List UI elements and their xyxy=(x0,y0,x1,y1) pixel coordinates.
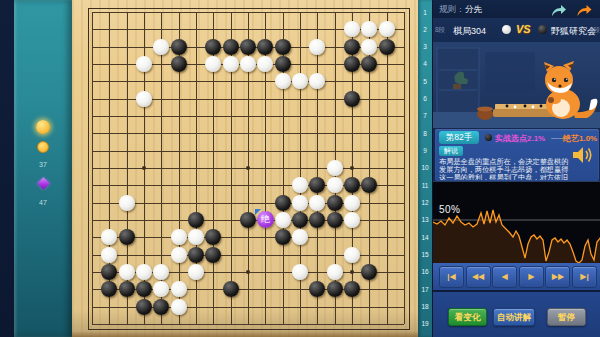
commentary-box: 第82手 实战选点2.1% —— 绝艺1.0% 解说 布局是全盘的重点所在，会决… xyxy=(435,129,599,181)
black-stone xyxy=(240,39,256,55)
grid-line xyxy=(92,324,404,325)
fast-forward-button[interactable]: ▶▶ xyxy=(545,266,570,288)
white-stone xyxy=(101,247,117,263)
black-stone xyxy=(275,39,291,55)
black-stone xyxy=(327,212,343,228)
white-stone xyxy=(361,39,377,55)
black-stone xyxy=(136,299,152,315)
white-stone xyxy=(171,281,187,297)
grid-line xyxy=(92,237,404,238)
auto-commentary-button[interactable]: 自动讲解 xyxy=(493,308,535,326)
white-stone xyxy=(223,56,239,72)
black-stone xyxy=(171,56,187,72)
white-stone xyxy=(292,264,308,280)
white-stone xyxy=(171,247,187,263)
grid-line xyxy=(317,12,318,324)
black-stone xyxy=(275,229,291,245)
black-stone xyxy=(205,247,221,263)
left-player-name: 棋局304 xyxy=(453,25,486,38)
speaker-icon[interactable] xyxy=(572,145,594,169)
star-point xyxy=(350,166,354,170)
white-stone xyxy=(309,39,325,55)
pause-button[interactable]: 暂停 xyxy=(547,308,586,326)
row-coordinate-label: 2 xyxy=(418,26,432,33)
row-coordinate-label: 8 xyxy=(418,130,432,137)
white-stone xyxy=(344,195,360,211)
black-stone xyxy=(327,281,343,297)
move-number-badge: 第82手 xyxy=(439,131,479,144)
gem-icon[interactable] xyxy=(14,179,72,188)
black-stone xyxy=(153,299,169,315)
black-stone xyxy=(257,39,273,55)
row-coordinate-label: 15 xyxy=(418,251,432,258)
white-stone xyxy=(153,39,169,55)
actual-move-winrate: 实战选点2.1% xyxy=(495,133,545,144)
black-stone xyxy=(275,56,291,72)
white-stone xyxy=(171,299,187,315)
black-move-stone-icon xyxy=(485,134,492,141)
row-coordinate-label: 14 xyxy=(418,234,432,241)
commentary-text: 布局是全盘的重点所在，会决定整盘棋的发展方向，两位棋手斗志昂扬，都想赢得这一局的… xyxy=(439,158,569,180)
row-coordinate-label: 1 xyxy=(418,9,432,16)
bottom-action-bar: 看变化自动讲解暂停 xyxy=(433,292,600,337)
row-coordinate-label: 5 xyxy=(418,78,432,85)
black-stone xyxy=(171,39,187,55)
go-board[interactable]: 绝 xyxy=(72,0,421,337)
black-stone xyxy=(119,281,135,297)
black-stone xyxy=(344,91,360,107)
white-stone xyxy=(292,195,308,211)
coin-icon[interactable] xyxy=(14,141,72,153)
rule-label: 规则： xyxy=(439,4,465,16)
row-coordinate-label: 6 xyxy=(418,95,432,102)
black-stone xyxy=(327,195,343,211)
white-stone xyxy=(240,56,256,72)
white-stone xyxy=(188,264,204,280)
row-coordinate-label: 16 xyxy=(418,268,432,275)
white-stone xyxy=(309,195,325,211)
row-coordinate-label: 18 xyxy=(418,303,432,310)
white-stone xyxy=(275,212,291,228)
fox-mascot-illustration xyxy=(433,42,600,128)
white-stone xyxy=(327,160,343,176)
white-stone xyxy=(344,212,360,228)
board-edge xyxy=(72,331,421,337)
row-coordinate-label: 13 xyxy=(418,216,432,223)
row-coordinate-label: 17 xyxy=(418,286,432,293)
winrate-chart[interactable]: 50% xyxy=(433,181,600,264)
white-stone xyxy=(136,91,152,107)
white-stone xyxy=(136,264,152,280)
left-navy-strip xyxy=(0,0,14,337)
row-coordinate-label: 4 xyxy=(418,60,432,67)
black-stone-icon xyxy=(538,25,547,34)
black-stone xyxy=(292,212,308,228)
white-stone xyxy=(136,56,152,72)
grid-line xyxy=(404,12,405,324)
white-stone xyxy=(171,229,187,245)
forward-button[interactable]: ▶ xyxy=(519,266,544,288)
first-move-button[interactable]: |◀ xyxy=(439,266,464,288)
left-sidebar: 37 47 xyxy=(14,0,72,337)
white-stone xyxy=(327,177,343,193)
left-player-rank: 8段 xyxy=(435,26,445,35)
row-coordinate-label: 9 xyxy=(418,147,432,154)
last-move-button[interactable]: ▶| xyxy=(572,266,597,288)
fast-back-button[interactable]: ◀◀ xyxy=(466,266,491,288)
black-stone xyxy=(275,195,291,211)
black-stone xyxy=(223,281,239,297)
white-stone xyxy=(119,264,135,280)
ai-move-winrate: 绝艺1.0% xyxy=(563,133,597,144)
analysis-panel: 规则： 分先 8段 棋局304 VS 野狐研究会 8段 xyxy=(432,0,600,337)
row-coordinate-label: 3 xyxy=(418,43,432,50)
sidebar-count-top: 37 xyxy=(14,161,72,168)
black-stone xyxy=(205,39,221,55)
black-stone xyxy=(223,39,239,55)
row-coordinate-label: 12 xyxy=(418,199,432,206)
sidebar-count-bottom: 47 xyxy=(14,199,72,206)
view-variation-button[interactable]: 看变化 xyxy=(448,308,487,326)
row-coordinate-strip: 12345678910111213141516171819 xyxy=(418,0,432,337)
star-point xyxy=(246,270,250,274)
fox-go-review-window: 37 47 绝 12345678910111213141516171819 规则… xyxy=(0,0,600,337)
black-stone xyxy=(379,39,395,55)
grid-line xyxy=(387,12,388,324)
sun-icon[interactable] xyxy=(14,120,72,134)
back-button[interactable]: ◀ xyxy=(492,266,517,288)
black-stone xyxy=(344,56,360,72)
black-stone xyxy=(240,212,256,228)
white-stone xyxy=(379,21,395,37)
fifty-percent-label: 50% xyxy=(439,204,461,215)
match-header: 8段 棋局304 VS 野狐研究会 8段 xyxy=(433,18,600,43)
black-stone xyxy=(188,212,204,228)
black-stone xyxy=(119,229,135,245)
commentary-button[interactable]: 解说 xyxy=(439,146,463,156)
star-point xyxy=(142,166,146,170)
playback-controls: |◀◀◀◀▶▶▶▶| xyxy=(433,263,600,292)
vs-logo: VS xyxy=(516,23,531,35)
black-stone xyxy=(188,247,204,263)
black-stone xyxy=(344,39,360,55)
row-coordinate-label: 7 xyxy=(418,112,432,119)
right-player-rank: 8段 xyxy=(590,26,600,35)
white-stone xyxy=(344,247,360,263)
white-stone-icon xyxy=(502,25,511,34)
star-point xyxy=(350,270,354,274)
panel-top-bar: 规则： 分先 xyxy=(433,0,600,19)
white-stone xyxy=(327,264,343,280)
white-stone xyxy=(275,73,291,89)
row-coordinate-label: 19 xyxy=(418,320,432,327)
rule-value: 分先 xyxy=(465,4,482,16)
suggestion-flag-icon xyxy=(255,209,261,215)
white-stone xyxy=(119,195,135,211)
star-point xyxy=(246,166,250,170)
row-coordinate-label: 10 xyxy=(418,164,432,171)
row-coordinate-label: 11 xyxy=(418,182,432,189)
